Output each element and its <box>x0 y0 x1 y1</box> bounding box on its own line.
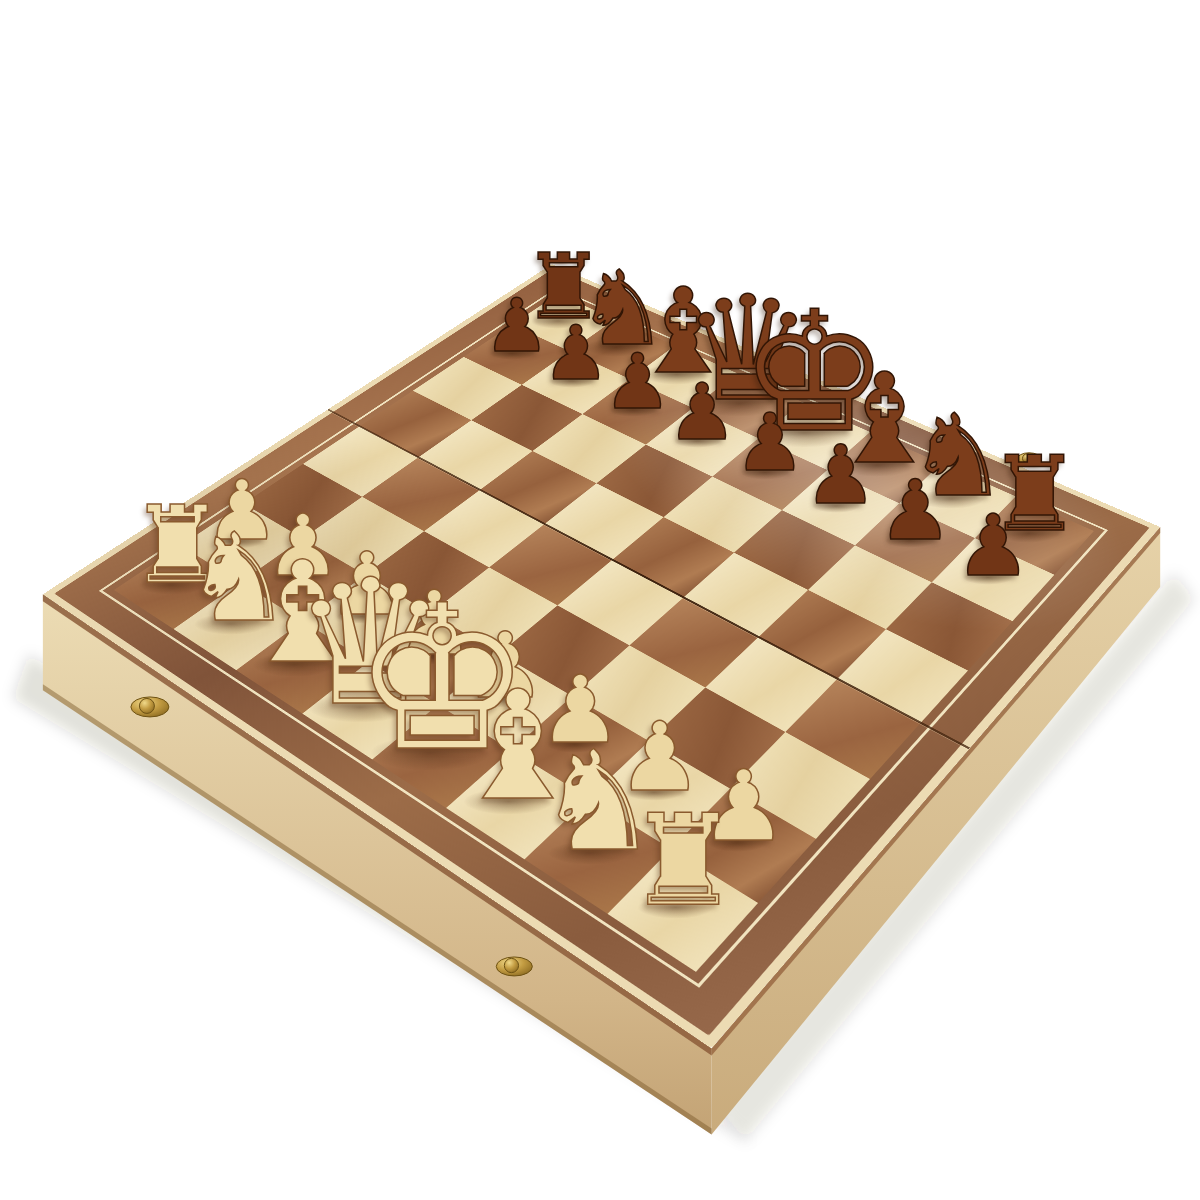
piece-white-rook-h1[interactable]: ♜ <box>608 798 759 924</box>
piece-black-pawn-h7[interactable]: ♟ <box>942 504 1044 589</box>
brass-latch-front-bottom[interactable] <box>496 957 532 976</box>
brass-latch-front-left[interactable] <box>131 697 169 717</box>
product-photo-stage: ♜♞♟♝♟♛♟♚♟♝♟♞♟♜♟♟♟♟♜♟♞♟♝♟♛♟♚♟♝♟♞♜ <box>0 0 1200 1200</box>
